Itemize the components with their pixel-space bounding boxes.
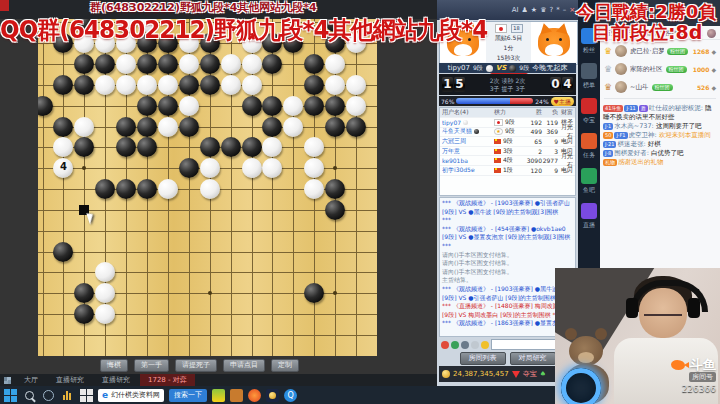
announcement-line: [9段] VS 梅周改墨白 [9段]的主货制围棋 ** bbox=[442, 311, 573, 320]
right-player-rank: 9段 bbox=[519, 64, 529, 73]
right-player-name: 今晚无起床 bbox=[532, 63, 567, 73]
overlay-small-line: 群(648302212)野狐九段*4其他网站九段*4 bbox=[90, 0, 317, 15]
emoji-icon[interactable] bbox=[461, 341, 469, 349]
grid-line bbox=[38, 272, 377, 273]
夺宝-icon[interactable] bbox=[581, 98, 597, 114]
client-tab[interactable]: 直播研究 bbox=[94, 374, 138, 386]
black-stone bbox=[116, 137, 136, 157]
white-stone bbox=[95, 262, 115, 282]
crown-icon[interactable]: ♛ bbox=[540, 6, 546, 14]
white-stone bbox=[116, 54, 136, 74]
announcement-line: *** 《直播频道》 - [1480强豪赛] 梅周改圆笑 bbox=[442, 302, 573, 311]
white-winrate: 76% bbox=[441, 98, 454, 105]
crown-icon: ♛ bbox=[604, 65, 612, 74]
grid-line bbox=[356, 19, 357, 356]
client-tab[interactable]: 大厅 bbox=[16, 374, 46, 386]
divider bbox=[604, 98, 716, 99]
treasure-gem-icon[interactable] bbox=[512, 371, 520, 378]
crown-icon: ♛ bbox=[604, 47, 612, 56]
white-stone bbox=[304, 179, 324, 199]
task-view-icon[interactable] bbox=[3, 388, 17, 402]
announcement-line: 请向()手本区图支付结算。 bbox=[442, 251, 573, 260]
announcement-line: *** 《观战频道》 - [1863强豪赛] ●显置友泡京 bbox=[442, 319, 573, 328]
black-stone bbox=[74, 283, 94, 303]
left-player-rank: 9段 bbox=[473, 64, 483, 73]
black-stone bbox=[158, 96, 178, 116]
chat-message: J·21棋迷老张: 好棋 bbox=[603, 140, 717, 149]
client-tab[interactable]: 1728 - 对弈 bbox=[140, 374, 195, 386]
white-stone bbox=[95, 75, 115, 95]
black-stone bbox=[74, 137, 94, 157]
room-number-label: 房间号 bbox=[689, 372, 716, 382]
chat-message: 50J·F1虎空卫神: 欢迎来到本直播间 bbox=[603, 131, 717, 140]
black-stone bbox=[137, 117, 157, 137]
black-stone bbox=[179, 117, 199, 137]
鱼吧-icon[interactable] bbox=[581, 168, 597, 184]
grid-line bbox=[43, 19, 44, 356]
sidebar-label: 任务 bbox=[583, 151, 595, 160]
client-tab-bar: 大厅直播研究直播研究1728 - 对弈 bbox=[0, 374, 437, 386]
grid-line bbox=[38, 335, 377, 336]
board-action-button[interactable]: 第一手 bbox=[134, 359, 169, 372]
black-stone bbox=[53, 117, 73, 137]
table-row[interactable]: 斗鱼天灵猫★9段499369月光石 bbox=[440, 128, 575, 138]
board-button-row: 悔棋第一手请提死子申请点目定制 bbox=[100, 359, 437, 372]
user-table: 用户名(4)棋力胜负财富tipy079段192119棋圣斗鱼天灵猫★9段4993… bbox=[439, 107, 576, 196]
app-icon-3[interactable] bbox=[248, 389, 261, 402]
shield-icon[interactable] bbox=[451, 341, 459, 349]
app-icon-coin[interactable] bbox=[266, 389, 279, 402]
search-icon[interactable] bbox=[22, 388, 36, 402]
avatar bbox=[615, 81, 627, 93]
black-stone bbox=[158, 54, 178, 74]
table-row[interactable]: 初学i30d5e1段1209电闪 bbox=[440, 166, 575, 176]
white-stone bbox=[179, 54, 199, 74]
grid-line bbox=[38, 231, 377, 232]
sidebar-label: 直播 bbox=[583, 221, 595, 230]
leaderboard-row[interactable]: ♛~山斗粉丝团526 ◆ bbox=[600, 78, 720, 96]
chat-message-list[interactable]: 41斗鱼J·11盾吐仕叔的秘密板泥: 隐睡不换卖的话里不层好些J·1水木高~73… bbox=[600, 102, 720, 268]
right-player-avatar bbox=[531, 22, 577, 62]
white-stone bbox=[221, 75, 241, 95]
white-stone bbox=[74, 117, 94, 137]
star-point bbox=[208, 291, 212, 295]
screenshot-stage: 4 悔棋第一手请提死子申请点目定制 大厅直播研究直播研究1728 - 对弈 e幻… bbox=[0, 0, 720, 404]
black-stone bbox=[242, 96, 262, 116]
white-stone bbox=[283, 117, 303, 137]
white-stone bbox=[200, 158, 220, 178]
byoyomi-label: 15秒3次 bbox=[497, 54, 520, 63]
star-point bbox=[82, 166, 86, 170]
announcement-line: 主货结算。 bbox=[442, 276, 573, 285]
star-point bbox=[333, 291, 337, 295]
chat-message: 礼物感谢送出的礼物 bbox=[603, 158, 717, 167]
overlay-rank-line: 目前段位:8d bbox=[592, 20, 702, 46]
black-stone bbox=[53, 242, 73, 262]
browser-search-box[interactable]: e幻什棋类资料网 bbox=[98, 389, 164, 402]
slides-icon[interactable] bbox=[60, 388, 74, 402]
grid-line bbox=[63, 19, 64, 356]
edge-icon: e bbox=[102, 390, 108, 400]
black-stone bbox=[262, 117, 282, 137]
black-stone bbox=[137, 96, 157, 116]
app-icon-q[interactable]: Q bbox=[284, 389, 297, 402]
vs-label: VS bbox=[496, 64, 506, 72]
app-icon-1[interactable] bbox=[212, 389, 225, 402]
room-number: 226366 bbox=[682, 384, 716, 394]
komi-label: 黑贴6.5目 bbox=[495, 34, 523, 43]
black-stone bbox=[200, 54, 220, 74]
white-stone bbox=[304, 158, 324, 178]
douyu-logo: 斗鱼 bbox=[671, 354, 716, 374]
black-stone bbox=[304, 54, 324, 74]
announcement-line: *** 《观战频道》 - [454强豪赛] ●okvb1ae0 bbox=[442, 225, 573, 234]
chat-message: J·8围棋爱好者: 白优势了吧 bbox=[603, 149, 717, 158]
white-stone bbox=[283, 96, 303, 116]
white-stone bbox=[53, 137, 73, 157]
black-stone bbox=[116, 179, 136, 199]
table-row[interactable]: tipy079段192119棋圣 bbox=[440, 118, 575, 128]
star-icon[interactable]: ★ bbox=[531, 6, 537, 14]
table-row[interactable]: 万年意3段23电闪 bbox=[440, 147, 575, 157]
sidebar-label: 夺宝 bbox=[583, 116, 595, 125]
japan-flag-icon bbox=[495, 24, 507, 33]
chat-message: 41斗鱼J·11盾吐仕叔的秘密板泥: 隐睡不换卖的话里不层好些 bbox=[603, 104, 717, 122]
black-stone bbox=[137, 54, 157, 74]
black-stone bbox=[304, 96, 324, 116]
announcement-line: [9段] VS ●黑牛波 [9段]的主货制观[3]围棋 bbox=[442, 208, 573, 217]
cortana-icon[interactable] bbox=[41, 388, 55, 402]
black-stone bbox=[325, 117, 345, 137]
black-stone bbox=[325, 96, 345, 116]
white-stone bbox=[346, 75, 366, 95]
fish-icon bbox=[671, 360, 685, 370]
star-point bbox=[333, 166, 337, 170]
chat-message: J·1水木高~737: 这周刚要开了吧 bbox=[603, 122, 717, 131]
sidebar-label: 鱼吧 bbox=[583, 186, 595, 195]
black-stone-icon bbox=[509, 65, 516, 72]
white-stone bbox=[200, 179, 220, 199]
announcement-line: 请向()手本区图支付结算。 bbox=[442, 268, 573, 277]
client-tab[interactable]: 直播研究 bbox=[48, 374, 92, 386]
white-stone bbox=[95, 283, 115, 303]
panel-button[interactable]: 对局研究 bbox=[510, 352, 556, 365]
榜单-icon[interactable] bbox=[581, 63, 597, 79]
任务-icon[interactable] bbox=[581, 133, 597, 149]
avatar[interactable] bbox=[707, 29, 716, 38]
sidebar-label: 粉丝 bbox=[583, 46, 595, 55]
settings-icon[interactable]: * bbox=[556, 6, 560, 14]
white-stone bbox=[158, 117, 178, 137]
webcam-overlay: 斗鱼 房间号 226366 bbox=[555, 268, 720, 404]
clock-bar: 15 2次 读秒 2次 3子 提子 3子 04 bbox=[439, 74, 576, 95]
white-stone bbox=[179, 96, 199, 116]
announcement-line: [9段] VS ●引强者萨山 [9段]的主货制围棋。 bbox=[442, 294, 573, 303]
white-stone bbox=[116, 75, 136, 95]
ring-light bbox=[561, 368, 601, 404]
black-stone bbox=[53, 75, 73, 95]
emoji-icon[interactable] bbox=[471, 341, 479, 349]
black-stone bbox=[221, 137, 241, 157]
black-stone bbox=[74, 54, 94, 74]
black-stone bbox=[262, 54, 282, 74]
emoji-icon[interactable] bbox=[481, 341, 489, 349]
avatar bbox=[615, 63, 627, 75]
直播-icon[interactable] bbox=[581, 203, 597, 219]
overlay-qq-group-line: QQ群(648302212)野狐九段*4其他網站九段*4 bbox=[0, 14, 487, 46]
table-row[interactable]: 六冠三周9段659电闪 bbox=[440, 137, 575, 147]
fox-avatar-icon bbox=[538, 28, 570, 56]
winrate-bar: 76% 24% ♥主播 bbox=[439, 96, 576, 106]
black-stone bbox=[74, 304, 94, 324]
table-row[interactable]: ke901ba4段30902977月光石 bbox=[440, 156, 575, 166]
white-stone bbox=[242, 54, 262, 74]
black-stone bbox=[262, 96, 282, 116]
white-stone bbox=[137, 75, 157, 95]
black-stone bbox=[179, 75, 199, 95]
glasses bbox=[644, 306, 682, 316]
white-stone bbox=[262, 137, 282, 157]
crown-icon: ♛ bbox=[604, 83, 612, 92]
avatar bbox=[615, 45, 627, 57]
grid-icon bbox=[4, 377, 11, 384]
sidebar-label: 榜单 bbox=[583, 81, 595, 90]
help-icon[interactable]: ? bbox=[549, 6, 553, 14]
close-icon[interactable]: × bbox=[569, 6, 575, 14]
white-stone bbox=[304, 137, 324, 157]
announcement-line: 请向()手本区图支付结算。 bbox=[442, 259, 573, 268]
white-stone bbox=[325, 75, 345, 95]
left-player-name: tipy07 bbox=[448, 64, 470, 72]
search-go-button[interactable]: 搜索一下 bbox=[169, 389, 207, 402]
black-stone bbox=[242, 137, 262, 157]
table-header: 用户名(4)棋力胜负财富 bbox=[440, 108, 575, 118]
corner-icon bbox=[0, 0, 9, 11]
board-action-button[interactable]: 定制 bbox=[271, 359, 299, 372]
white-stone bbox=[346, 96, 366, 116]
white-stone bbox=[242, 158, 262, 178]
go-client-window: 4 悔棋第一手请提死子申请点目定制 大厅直播研究直播研究1728 - 对弈 bbox=[0, 0, 437, 404]
black-stone bbox=[325, 179, 345, 199]
winrate-blue-bar bbox=[456, 98, 510, 104]
mouse-cursor bbox=[87, 211, 96, 224]
right-clock: 04 bbox=[550, 77, 573, 92]
black-stone bbox=[179, 158, 199, 178]
black-stone bbox=[74, 75, 94, 95]
white-stone bbox=[325, 54, 345, 74]
announcement-line: *** 《观战频道》 - [1903强豪赛] ●引强者萨山 bbox=[442, 199, 573, 208]
minimize-icon[interactable]: – bbox=[563, 6, 567, 14]
go-board[interactable]: 4 bbox=[38, 19, 377, 356]
black-stone bbox=[200, 137, 220, 157]
app-icon-2[interactable] bbox=[230, 389, 243, 402]
winrate-red-bar bbox=[510, 98, 533, 104]
user-icon[interactable]: ♟ bbox=[522, 6, 528, 14]
emoji-icon[interactable] bbox=[441, 341, 449, 349]
main-time-label: 1分 bbox=[504, 44, 514, 53]
grid-line bbox=[38, 252, 377, 253]
black-stone bbox=[95, 54, 115, 74]
board-action-button[interactable]: 悔棋 bbox=[100, 359, 128, 372]
announcement-line: *** bbox=[442, 216, 573, 225]
board-action-button[interactable]: 申请点目 bbox=[223, 359, 265, 372]
treasure-label[interactable]: 夺宝 bbox=[523, 369, 537, 379]
match-info: 18 黑贴6.5目 1分 15秒3次 正在对局中 bbox=[486, 22, 531, 64]
black-winrate: 24% bbox=[535, 98, 548, 105]
fans-leaderboard: ♛虎已拉·启梦粉丝团1268 ◆♛家陈的社区粉丝团1000 ◆♛~山斗粉丝团52… bbox=[600, 42, 720, 96]
announcement-line: [9段] VS ●显置友泡京 [9段]的主货制观[3]围棋 *** bbox=[442, 233, 573, 250]
black-stone bbox=[137, 137, 157, 157]
black-stone bbox=[38, 96, 53, 116]
white-stone bbox=[221, 54, 241, 74]
board-action-button[interactable]: 请提死子 bbox=[175, 359, 217, 372]
announcement-line: *** 《观战频道》 - [1903强豪赛] ●黑牛波 bbox=[442, 285, 573, 294]
white-stone bbox=[158, 75, 178, 95]
leaderboard-row[interactable]: ♛家陈的社区粉丝团1000 ◆ bbox=[600, 60, 720, 78]
white-stone-numbered: 4 bbox=[53, 158, 73, 178]
black-stone bbox=[325, 200, 345, 220]
grid-line bbox=[293, 19, 294, 356]
black-stone bbox=[200, 75, 220, 95]
leaf-icon: ♠ bbox=[540, 370, 546, 378]
follow-streamer-button[interactable]: ♥主播 bbox=[551, 97, 574, 106]
white-stone bbox=[158, 179, 178, 199]
black-stone bbox=[304, 75, 324, 95]
white-stone bbox=[95, 304, 115, 324]
flag-number: 18 bbox=[511, 24, 523, 33]
panel-button[interactable]: 房间列表 bbox=[460, 352, 506, 365]
start-button[interactable] bbox=[79, 388, 93, 402]
coin-icon bbox=[442, 370, 450, 378]
left-clock: 15 bbox=[442, 77, 465, 92]
coin-amount: 24,387,345,457 bbox=[453, 370, 509, 378]
white-stone bbox=[242, 75, 262, 95]
black-stone bbox=[137, 179, 157, 199]
player-name-bar: tipy07 9段 VS 9段 今晚无起床 bbox=[439, 63, 576, 73]
ai-button[interactable]: AI bbox=[512, 6, 519, 14]
white-stone-icon bbox=[486, 65, 493, 72]
black-stone bbox=[304, 283, 324, 303]
black-stone bbox=[116, 117, 136, 137]
clock-center-info: 2次 读秒 2次 3子 提子 3子 bbox=[490, 77, 525, 93]
black-stone bbox=[346, 117, 366, 137]
white-stone bbox=[262, 158, 282, 178]
black-stone bbox=[95, 179, 115, 199]
